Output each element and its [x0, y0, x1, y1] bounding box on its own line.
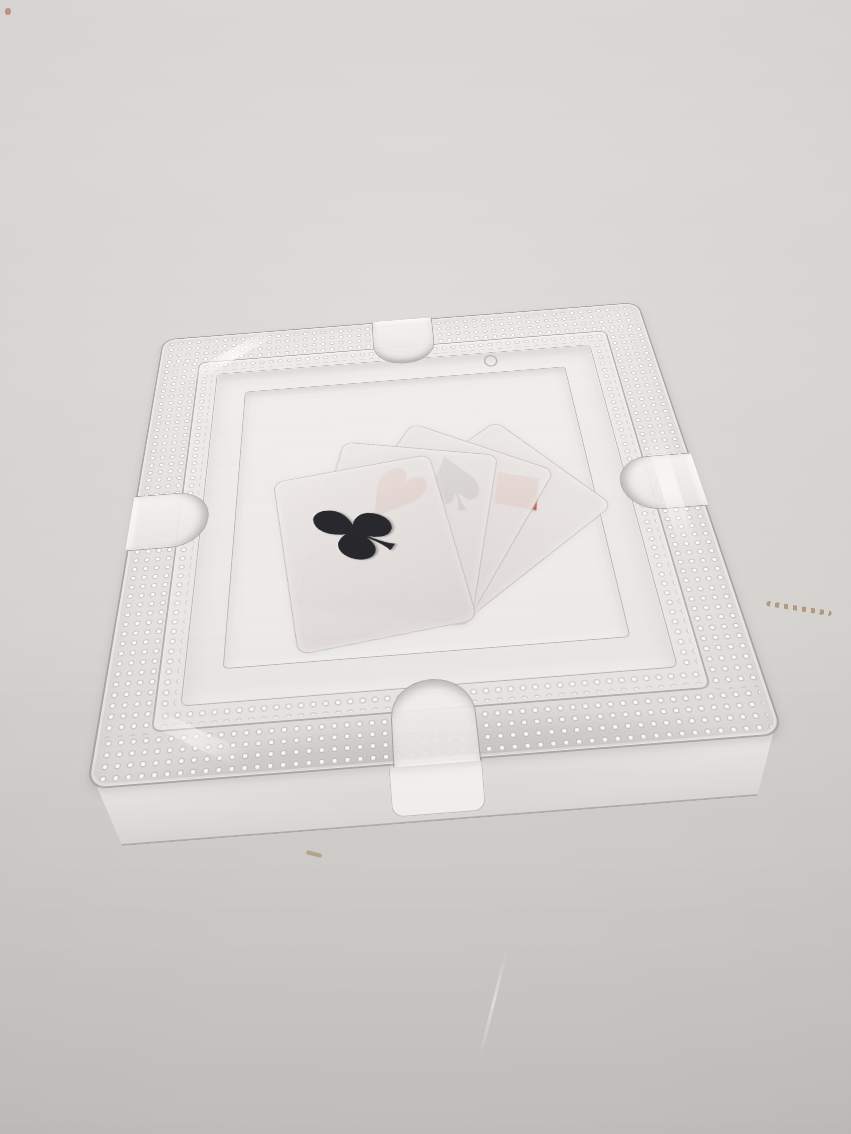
- red-speck: [5, 8, 11, 15]
- photo-scene: ♦ ♠ ♥ ♣: [0, 0, 851, 1134]
- brown-speck: [306, 850, 322, 858]
- club-icon: ♣: [281, 485, 430, 584]
- card-fan: ♦ ♠ ♥ ♣: [224, 423, 630, 675]
- glass-ashtray: ♦ ♠ ♥ ♣: [17, 0, 800, 865]
- surface-scratch: [479, 949, 509, 1056]
- ashtray-top-surface: ♦ ♠ ♥ ♣: [86, 302, 784, 790]
